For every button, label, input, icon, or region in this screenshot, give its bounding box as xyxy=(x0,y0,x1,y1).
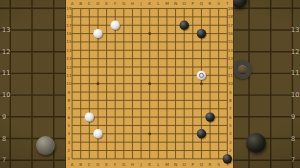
row-label: 8 xyxy=(68,98,71,103)
col-label: O xyxy=(183,1,187,6)
col-label: Q xyxy=(200,1,204,6)
row-label: 2 xyxy=(229,148,232,153)
row-label: 14 xyxy=(228,48,233,53)
black-stone xyxy=(205,112,214,121)
col-label: M xyxy=(165,1,169,6)
bg-row-label: 12 xyxy=(291,48,299,56)
col-label: K xyxy=(148,162,151,167)
bg-row-label: 13 xyxy=(2,26,10,34)
white-stone xyxy=(111,21,120,30)
row-label: 1 xyxy=(68,156,71,161)
row-label: 19 xyxy=(66,6,72,11)
ring-marker-icon xyxy=(233,60,252,79)
col-label: R xyxy=(209,1,212,6)
black-stone xyxy=(197,129,206,138)
col-label: K xyxy=(148,1,151,6)
row-label: 19 xyxy=(228,6,233,11)
col-label: H xyxy=(131,162,134,167)
col-label: P xyxy=(192,1,195,6)
bg-row-label: 13 xyxy=(291,26,299,34)
col-label: J xyxy=(139,1,141,6)
star-point xyxy=(200,82,203,85)
col-label: O xyxy=(183,162,187,167)
col-label: E xyxy=(105,1,108,6)
col-label: C xyxy=(88,1,91,6)
row-label: 9 xyxy=(229,90,232,95)
row-label: 17 xyxy=(228,23,233,28)
row-label: 6 xyxy=(68,115,71,120)
bg-row-label: 8 xyxy=(2,135,6,143)
black-stone xyxy=(223,154,232,163)
black-stone xyxy=(197,29,206,38)
black-stone xyxy=(179,21,188,30)
star-point xyxy=(148,132,151,135)
bg-row-label: 10 xyxy=(2,91,10,99)
col-label: R xyxy=(209,162,212,167)
row-label: 11 xyxy=(66,73,72,78)
row-label: 5 xyxy=(68,123,71,128)
row-label: 5 xyxy=(229,123,232,128)
row-label: 14 xyxy=(66,48,72,53)
col-label: N xyxy=(174,162,177,167)
col-label: S xyxy=(217,162,220,167)
white-stone xyxy=(93,29,102,38)
row-label: 13 xyxy=(228,56,233,61)
row-label: 6 xyxy=(229,115,232,120)
col-label: M xyxy=(165,162,169,167)
last-move-marker-icon xyxy=(199,73,203,77)
col-label: L xyxy=(157,1,160,6)
row-label: 18 xyxy=(228,14,233,19)
white-stone xyxy=(85,112,94,121)
go-board-grid: AA1919BB1818CC1717DD1616EE1515FF1414GG13… xyxy=(66,0,233,168)
col-label: C xyxy=(88,162,91,167)
bg-row-label: 10 xyxy=(291,91,299,99)
col-label: E xyxy=(105,162,108,167)
row-label: 16 xyxy=(228,31,233,36)
row-label: 4 xyxy=(68,131,71,136)
col-label: F xyxy=(114,1,117,6)
row-label: 15 xyxy=(66,39,72,44)
white-stone xyxy=(93,129,102,138)
row-label: 10 xyxy=(228,81,233,86)
go-board[interactable]: AA1919BB1818CC1717DD1616EE1515FF1414GG13… xyxy=(66,0,233,168)
col-label: B xyxy=(79,1,82,6)
col-label: P xyxy=(192,162,195,167)
col-label: H xyxy=(131,1,134,6)
row-label: 2 xyxy=(68,148,71,153)
bg-row-label: 11 xyxy=(291,69,299,77)
row-label: 3 xyxy=(229,140,232,145)
row-label: 7 xyxy=(68,106,71,111)
row-label: 3 xyxy=(68,140,71,145)
row-label: 9 xyxy=(68,90,71,95)
col-label: Q xyxy=(200,162,204,167)
col-label: T xyxy=(225,1,229,6)
col-label: N xyxy=(174,1,177,6)
bg-row-label: 8 xyxy=(291,135,295,143)
row-label: 12 xyxy=(66,65,72,70)
star-point xyxy=(97,82,100,85)
row-label: 12 xyxy=(228,65,233,70)
row-label: 10 xyxy=(66,81,72,86)
row-label: 7 xyxy=(229,106,232,111)
star-point xyxy=(148,82,151,85)
row-label: 16 xyxy=(66,31,72,36)
col-label: L xyxy=(157,162,160,167)
col-label: B xyxy=(79,162,82,167)
row-label: 4 xyxy=(229,131,232,136)
black-bg-stone xyxy=(246,133,266,153)
bg-row-label: 7 xyxy=(291,156,295,164)
col-label: J xyxy=(139,162,141,167)
gray-bg-stone xyxy=(36,136,55,155)
col-label: S xyxy=(217,1,220,6)
row-label: 11 xyxy=(228,73,233,78)
row-label: 17 xyxy=(66,23,72,28)
row-label: 18 xyxy=(66,14,72,19)
app-screen: 1313121211111010998877 AA1919BB1818CC171… xyxy=(0,0,300,168)
bg-row-label: 12 xyxy=(2,48,10,56)
bg-row-label: 9 xyxy=(2,113,6,121)
bg-row-label: 11 xyxy=(2,69,10,77)
star-point xyxy=(148,32,151,35)
row-label: 8 xyxy=(229,98,232,103)
bg-row-label: 7 xyxy=(2,156,6,164)
row-label: 15 xyxy=(228,39,233,44)
col-label: A xyxy=(71,162,74,167)
col-label: F xyxy=(114,162,117,167)
col-label: D xyxy=(96,162,99,167)
row-label: 13 xyxy=(66,56,72,61)
col-label: G xyxy=(122,162,125,167)
bg-row-label: 9 xyxy=(291,113,295,121)
col-label: G xyxy=(122,1,125,6)
col-label: D xyxy=(96,1,99,6)
